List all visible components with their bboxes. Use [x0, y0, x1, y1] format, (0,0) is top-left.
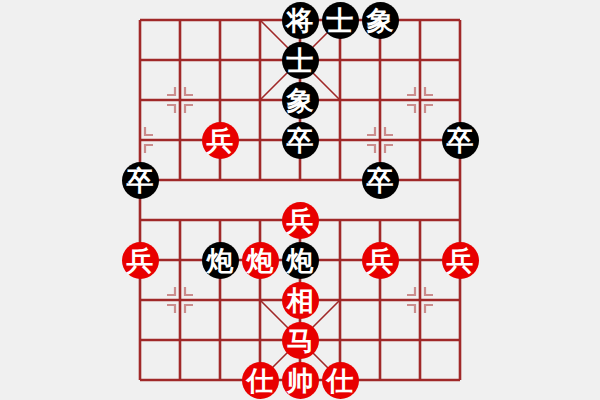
piece-red-horse[interactable]: 马	[282, 322, 319, 359]
piece-red-elephant[interactable]: 相	[282, 282, 319, 319]
piece-red-pawn[interactable]: 兵	[362, 242, 399, 279]
piece-black-pawn[interactable]: 卒	[442, 122, 479, 159]
piece-black-cannon[interactable]: 炮	[282, 242, 319, 279]
piece-red-general[interactable]: 帅	[282, 362, 319, 399]
piece-red-pawn[interactable]: 兵	[122, 242, 159, 279]
piece-black-advisor[interactable]: 士	[322, 2, 359, 39]
piece-black-general[interactable]: 将	[282, 2, 319, 39]
piece-black-pawn[interactable]: 卒	[122, 162, 159, 199]
piece-red-cannon[interactable]: 炮	[242, 242, 279, 279]
piece-red-advisor[interactable]: 仕	[242, 362, 279, 399]
piece-black-elephant[interactable]: 象	[282, 82, 319, 119]
piece-black-advisor[interactable]: 士	[282, 42, 319, 79]
xiangqi-board: 将士象士象兵卒卒卒卒兵兵炮炮炮兵兵相马仕帅仕	[0, 0, 600, 400]
piece-red-pawn[interactable]: 兵	[442, 242, 479, 279]
piece-red-advisor[interactable]: 仕	[322, 362, 359, 399]
piece-red-pawn[interactable]: 兵	[202, 122, 239, 159]
piece-black-pawn[interactable]: 卒	[362, 162, 399, 199]
piece-black-elephant[interactable]: 象	[362, 2, 399, 39]
piece-black-cannon[interactable]: 炮	[202, 242, 239, 279]
piece-layer: 将士象士象兵卒卒卒卒兵兵炮炮炮兵兵相马仕帅仕	[120, 0, 480, 400]
piece-red-pawn[interactable]: 兵	[282, 202, 319, 239]
piece-black-pawn[interactable]: 卒	[282, 122, 319, 159]
